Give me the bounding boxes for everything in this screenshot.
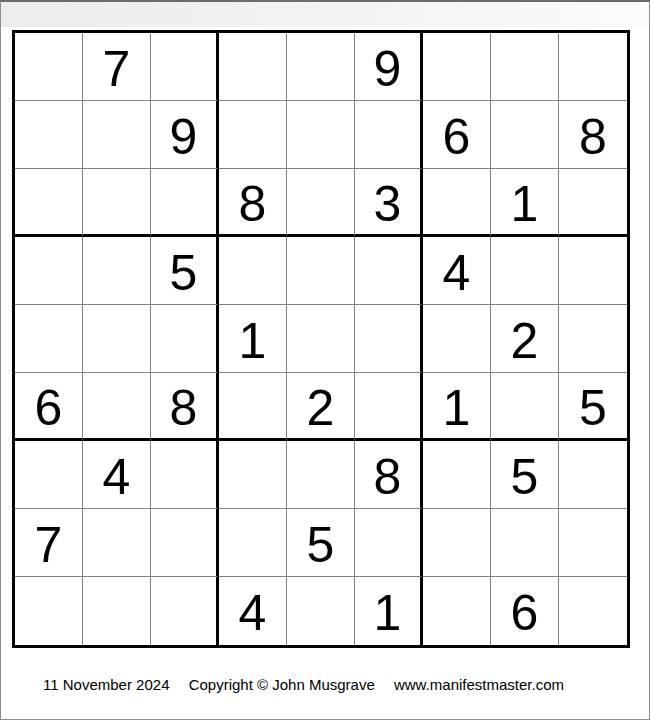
sudoku-cell-r6c8 [491, 373, 559, 441]
sudoku-cell-r8c1: 7 [15, 509, 83, 577]
sudoku-cell-r7c8: 5 [491, 441, 559, 509]
sudoku-cell-r9c5 [287, 577, 355, 645]
sudoku-board: 7996883154126821548575416 [12, 30, 630, 648]
sudoku-cell-r8c3 [151, 509, 219, 577]
sudoku-cell-r1c3 [151, 33, 219, 101]
sudoku-cell-r3c1 [15, 169, 83, 237]
header-strip [1, 2, 649, 27]
sudoku-cell-r3c5 [287, 169, 355, 237]
footer-copyright: Copyright © John Musgrave [189, 676, 375, 693]
sudoku-cell-r6c9: 5 [559, 373, 627, 441]
sudoku-cell-r9c4: 4 [219, 577, 287, 645]
sudoku-cell-r8c4 [219, 509, 287, 577]
sudoku-cell-r7c5 [287, 441, 355, 509]
sudoku-cell-r8c7 [423, 509, 491, 577]
sudoku-cell-r1c4 [219, 33, 287, 101]
sudoku-cell-r1c7 [423, 33, 491, 101]
sudoku-cell-r7c9 [559, 441, 627, 509]
sudoku-cell-r4c7: 4 [423, 237, 491, 305]
sudoku-cell-r2c4 [219, 101, 287, 169]
sudoku-cell-r4c5 [287, 237, 355, 305]
footer-website: www.manifestmaster.com [394, 676, 564, 693]
sudoku-cell-r4c6 [355, 237, 423, 305]
sudoku-cell-r8c6 [355, 509, 423, 577]
sudoku-cell-r1c8 [491, 33, 559, 101]
sudoku-cell-r5c7 [423, 305, 491, 373]
sudoku-cell-r6c2 [83, 373, 151, 441]
sudoku-cell-r6c6 [355, 373, 423, 441]
sudoku-cell-r7c2: 4 [83, 441, 151, 509]
sudoku-cell-r5c2 [83, 305, 151, 373]
sudoku-cell-r7c4 [219, 441, 287, 509]
sudoku-cell-r6c5: 2 [287, 373, 355, 441]
sudoku-cell-r4c8 [491, 237, 559, 305]
sudoku-cell-r3c3 [151, 169, 219, 237]
sudoku-cell-r9c7 [423, 577, 491, 645]
sudoku-cell-r5c4: 1 [219, 305, 287, 373]
sudoku-cell-r2c3: 9 [151, 101, 219, 169]
sudoku-cell-r9c8: 6 [491, 577, 559, 645]
sudoku-cell-r6c7: 1 [423, 373, 491, 441]
sudoku-cell-r7c1 [15, 441, 83, 509]
sudoku-cell-r2c2 [83, 101, 151, 169]
sudoku-cell-r3c2 [83, 169, 151, 237]
sudoku-cell-r1c6: 9 [355, 33, 423, 101]
sudoku-cell-r9c1 [15, 577, 83, 645]
sudoku-cell-r3c4: 8 [219, 169, 287, 237]
sudoku-cell-r7c3 [151, 441, 219, 509]
sudoku-cell-r2c7: 6 [423, 101, 491, 169]
sudoku-cell-r8c2 [83, 509, 151, 577]
sudoku-cell-r9c9 [559, 577, 627, 645]
sudoku-cell-r5c3 [151, 305, 219, 373]
sudoku-cell-r5c1 [15, 305, 83, 373]
page: 7996883154126821548575416 11 November 20… [0, 0, 650, 720]
sudoku-cell-r9c2 [83, 577, 151, 645]
sudoku-cell-r7c6: 8 [355, 441, 423, 509]
sudoku-cell-r2c9: 8 [559, 101, 627, 169]
sudoku-cell-r3c6: 3 [355, 169, 423, 237]
sudoku-cell-r9c3 [151, 577, 219, 645]
sudoku-cell-r8c9 [559, 509, 627, 577]
sudoku-cell-r1c2: 7 [83, 33, 151, 101]
sudoku-cell-r1c9 [559, 33, 627, 101]
sudoku-cell-r6c3: 8 [151, 373, 219, 441]
sudoku-cell-r1c5 [287, 33, 355, 101]
sudoku-cell-r7c7 [423, 441, 491, 509]
sudoku-cell-r9c6: 1 [355, 577, 423, 645]
sudoku-cell-r6c1: 6 [15, 373, 83, 441]
sudoku-cell-r3c9 [559, 169, 627, 237]
sudoku-cell-r4c9 [559, 237, 627, 305]
sudoku-cell-r3c7 [423, 169, 491, 237]
sudoku-cell-r6c4 [219, 373, 287, 441]
sudoku-cell-r5c9 [559, 305, 627, 373]
sudoku-cell-r5c6 [355, 305, 423, 373]
sudoku-cell-r4c4 [219, 237, 287, 305]
sudoku-cell-r8c5: 5 [287, 509, 355, 577]
sudoku-cell-r4c3: 5 [151, 237, 219, 305]
sudoku-cell-r2c8 [491, 101, 559, 169]
sudoku-cell-r1c1 [15, 33, 83, 101]
sudoku-cell-r2c6 [355, 101, 423, 169]
sudoku-cell-r5c5 [287, 305, 355, 373]
sudoku-cell-r5c8: 2 [491, 305, 559, 373]
footer: 11 November 2024 Copyright © John Musgra… [43, 676, 649, 693]
sudoku-cell-r2c1 [15, 101, 83, 169]
sudoku-cell-r8c8 [491, 509, 559, 577]
sudoku-cell-r4c2 [83, 237, 151, 305]
sudoku-cell-r2c5 [287, 101, 355, 169]
sudoku-cell-r3c8: 1 [491, 169, 559, 237]
sudoku-cell-r4c1 [15, 237, 83, 305]
footer-date: 11 November 2024 [43, 676, 169, 693]
